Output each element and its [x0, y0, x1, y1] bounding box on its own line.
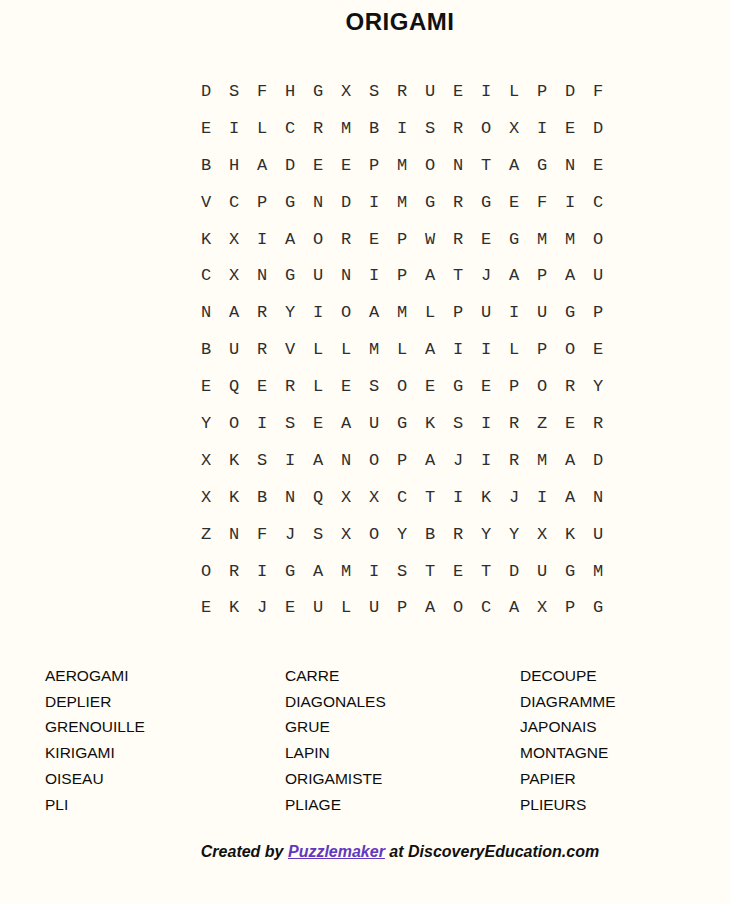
grid-cell: W — [416, 221, 444, 258]
grid-cell: X — [332, 73, 360, 110]
grid-cell: T — [472, 553, 500, 590]
grid-cell: I — [360, 257, 388, 294]
word-list-item: PLIAGE — [285, 792, 386, 818]
grid-cell: A — [248, 147, 276, 184]
grid-cell: G — [584, 589, 612, 626]
grid-cell: R — [556, 368, 584, 405]
grid-cell: I — [472, 73, 500, 110]
grid-cell: A — [304, 442, 332, 479]
grid-cell: I — [444, 331, 472, 368]
grid-cell: R — [444, 221, 472, 258]
grid-cell: I — [304, 294, 332, 331]
grid-cell: M — [332, 553, 360, 590]
grid-cell: E — [276, 589, 304, 626]
grid-cell: L — [416, 294, 444, 331]
grid-cell: X — [220, 221, 248, 258]
grid-cell: I — [472, 442, 500, 479]
grid-cell: L — [500, 331, 528, 368]
grid-cell: Y — [276, 294, 304, 331]
grid-cell: B — [248, 479, 276, 516]
grid-cell: O — [528, 368, 556, 405]
grid-cell: E — [556, 110, 584, 147]
grid-cell: R — [248, 331, 276, 368]
grid-cell: P — [584, 294, 612, 331]
grid-cell: R — [444, 110, 472, 147]
grid-cell: E — [472, 368, 500, 405]
grid-cell: A — [556, 257, 584, 294]
grid-cell: S — [360, 73, 388, 110]
grid-cell: E — [584, 147, 612, 184]
grid-cell: E — [444, 73, 472, 110]
word-list-item: PLIEURS — [520, 792, 616, 818]
grid-cell: K — [220, 589, 248, 626]
grid-cell: P — [248, 184, 276, 221]
grid-cell: F — [248, 516, 276, 553]
grid-cell: C — [472, 589, 500, 626]
grid-cell: O — [332, 294, 360, 331]
grid-cell: R — [248, 294, 276, 331]
grid-cell: I — [248, 405, 276, 442]
grid-cell: A — [220, 294, 248, 331]
grid-cell: N — [248, 257, 276, 294]
grid-cell: E — [444, 553, 472, 590]
letter-grid: DSFHGXSRUEILPDFEILCRMBISROXIEDBHADEEPMON… — [192, 73, 612, 626]
grid-cell: J — [248, 589, 276, 626]
grid-cell: S — [360, 368, 388, 405]
grid-cell: K — [220, 479, 248, 516]
grid-cell: A — [416, 331, 444, 368]
grid-cell: V — [276, 331, 304, 368]
grid-cell: A — [556, 479, 584, 516]
grid-cell: N — [332, 257, 360, 294]
grid-cell: L — [388, 331, 416, 368]
grid-cell: L — [500, 73, 528, 110]
grid-cell: U — [304, 257, 332, 294]
grid-cell: I — [472, 405, 500, 442]
grid-cell: G — [500, 221, 528, 258]
grid-cell: L — [332, 589, 360, 626]
grid-cell: M — [360, 331, 388, 368]
grid-cell: O — [220, 405, 248, 442]
grid-cell: O — [192, 553, 220, 590]
grid-cell: G — [556, 553, 584, 590]
word-list-column-1: AEROGAMI DEPLIER GRENOUILLE KIRIGAMI OIS… — [45, 663, 145, 817]
puzzlemaker-link[interactable]: Puzzlemaker — [288, 843, 385, 860]
grid-cell: N — [304, 184, 332, 221]
word-list-item: JAPONAIS — [520, 714, 616, 740]
word-list-item: DECOUPE — [520, 663, 616, 689]
grid-cell: Z — [192, 516, 220, 553]
grid-cell: G — [556, 294, 584, 331]
grid-cell: N — [332, 442, 360, 479]
grid-cell: K — [556, 516, 584, 553]
grid-cell: C — [388, 479, 416, 516]
grid-cell: G — [416, 184, 444, 221]
grid-cell: I — [276, 442, 304, 479]
grid-cell: D — [276, 147, 304, 184]
grid-cell: P — [388, 221, 416, 258]
grid-cell: I — [360, 553, 388, 590]
grid-cell: M — [388, 184, 416, 221]
grid-cell: R — [584, 405, 612, 442]
grid-cell: Y — [500, 516, 528, 553]
grid-cell: P — [528, 331, 556, 368]
grid-cell: B — [360, 110, 388, 147]
grid-cell: E — [248, 368, 276, 405]
grid-cell: S — [276, 405, 304, 442]
grid-cell: I — [388, 110, 416, 147]
grid-cell: S — [220, 73, 248, 110]
grid-cell: O — [360, 442, 388, 479]
grid-cell: N — [192, 294, 220, 331]
grid-cell: F — [528, 184, 556, 221]
grid-cell: N — [220, 516, 248, 553]
grid-cell: F — [584, 73, 612, 110]
grid-cell: L — [304, 368, 332, 405]
grid-cell: O — [360, 516, 388, 553]
grid-cell: G — [304, 73, 332, 110]
grid-cell: A — [416, 589, 444, 626]
grid-cell: P — [388, 589, 416, 626]
grid-cell: K — [192, 221, 220, 258]
grid-cell: O — [388, 368, 416, 405]
grid-cell: L — [248, 110, 276, 147]
grid-cell: I — [528, 110, 556, 147]
grid-cell: I — [248, 553, 276, 590]
grid-cell: L — [304, 331, 332, 368]
grid-cell: R — [304, 110, 332, 147]
grid-cell: X — [220, 257, 248, 294]
grid-cell: A — [500, 257, 528, 294]
grid-cell: O — [472, 110, 500, 147]
footer-credit-suffix: at DiscoveryEducation.com — [385, 843, 599, 860]
grid-cell: D — [192, 73, 220, 110]
grid-cell: C — [192, 257, 220, 294]
word-list-column-2: CARRE DIAGONALES GRUE LAPIN ORIGAMISTE P… — [285, 663, 386, 817]
grid-cell: D — [500, 553, 528, 590]
grid-cell: U — [304, 589, 332, 626]
puzzle-title: ORIGAMI — [70, 8, 730, 36]
grid-cell: U — [472, 294, 500, 331]
word-list-item: PLI — [45, 792, 145, 818]
grid-cell: P — [388, 257, 416, 294]
grid-cell: B — [416, 516, 444, 553]
word-list-item: DEPLIER — [45, 689, 145, 715]
word-list-column-3: DECOUPE DIAGRAMME JAPONAIS MONTAGNE PAPI… — [520, 663, 616, 817]
grid-cell: O — [416, 147, 444, 184]
grid-cell: X — [360, 479, 388, 516]
grid-cell: U — [220, 331, 248, 368]
grid-cell: G — [444, 368, 472, 405]
grid-cell: I — [248, 221, 276, 258]
grid-cell: U — [528, 294, 556, 331]
grid-cell: X — [192, 479, 220, 516]
grid-cell: J — [472, 257, 500, 294]
grid-cell: P — [528, 73, 556, 110]
grid-cell: B — [192, 147, 220, 184]
grid-cell: E — [332, 368, 360, 405]
grid-cell: T — [416, 479, 444, 516]
word-list-item: LAPIN — [285, 740, 386, 766]
grid-cell: A — [304, 553, 332, 590]
grid-cell: S — [388, 553, 416, 590]
grid-cell: Q — [304, 479, 332, 516]
grid-cell: A — [556, 442, 584, 479]
grid-cell: I — [444, 479, 472, 516]
grid-cell: A — [332, 405, 360, 442]
grid-cell: G — [276, 257, 304, 294]
grid-cell: E — [192, 589, 220, 626]
grid-cell: C — [276, 110, 304, 147]
grid-cell: Y — [192, 405, 220, 442]
grid-cell: R — [500, 442, 528, 479]
grid-cell: X — [332, 516, 360, 553]
grid-cell: J — [500, 479, 528, 516]
grid-cell: O — [444, 589, 472, 626]
grid-cell: U — [416, 73, 444, 110]
grid-cell: G — [472, 184, 500, 221]
grid-cell: E — [472, 221, 500, 258]
grid-cell: X — [528, 516, 556, 553]
grid-cell: O — [584, 221, 612, 258]
grid-cell: G — [528, 147, 556, 184]
grid-cell: U — [584, 257, 612, 294]
grid-cell: X — [528, 589, 556, 626]
grid-cell: U — [360, 589, 388, 626]
grid-cell: N — [556, 147, 584, 184]
grid-cell: P — [444, 294, 472, 331]
grid-cell: A — [500, 147, 528, 184]
word-list: AEROGAMI DEPLIER GRENOUILLE KIRIGAMI OIS… — [0, 663, 730, 813]
word-list-item: GRENOUILLE — [45, 714, 145, 740]
grid-cell: Y — [388, 516, 416, 553]
word-list-item: DIAGONALES — [285, 689, 386, 715]
grid-cell: I — [472, 331, 500, 368]
grid-cell: G — [388, 405, 416, 442]
word-list-item: OISEAU — [45, 766, 145, 792]
grid-cell: R — [388, 73, 416, 110]
grid-cell: F — [248, 73, 276, 110]
word-list-item: DIAGRAMME — [520, 689, 616, 715]
grid-cell: M — [388, 147, 416, 184]
grid-cell: A — [276, 221, 304, 258]
grid-cell: S — [248, 442, 276, 479]
grid-cell: E — [192, 368, 220, 405]
grid-cell: K — [220, 442, 248, 479]
grid-cell: P — [360, 147, 388, 184]
grid-cell: E — [192, 110, 220, 147]
word-list-item: PAPIER — [520, 766, 616, 792]
grid-cell: G — [276, 553, 304, 590]
grid-cell: A — [360, 294, 388, 331]
grid-cell: R — [276, 368, 304, 405]
word-list-item: GRUE — [285, 714, 386, 740]
grid-cell: R — [220, 553, 248, 590]
grid-cell: I — [528, 479, 556, 516]
grid-cell: U — [360, 405, 388, 442]
grid-cell: H — [276, 73, 304, 110]
grid-cell: E — [332, 147, 360, 184]
grid-cell: Z — [528, 405, 556, 442]
grid-cell: L — [332, 331, 360, 368]
grid-cell: H — [220, 147, 248, 184]
grid-cell: P — [528, 257, 556, 294]
word-list-item: MONTAGNE — [520, 740, 616, 766]
grid-cell: C — [220, 184, 248, 221]
grid-cell: D — [556, 73, 584, 110]
grid-cell: E — [556, 405, 584, 442]
grid-cell: P — [556, 589, 584, 626]
grid-cell: O — [304, 221, 332, 258]
word-list-item: AEROGAMI — [45, 663, 145, 689]
grid-cell: R — [444, 184, 472, 221]
grid-cell: T — [444, 257, 472, 294]
grid-cell: I — [556, 184, 584, 221]
grid-cell: Q — [220, 368, 248, 405]
grid-cell: G — [276, 184, 304, 221]
grid-cell: P — [388, 442, 416, 479]
grid-cell: D — [584, 442, 612, 479]
grid-cell: C — [584, 184, 612, 221]
footer-credit-prefix: Created by — [201, 843, 288, 860]
grid-cell: Y — [584, 368, 612, 405]
grid-cell: N — [444, 147, 472, 184]
grid-cell: R — [332, 221, 360, 258]
grid-cell: M — [584, 553, 612, 590]
grid-cell: E — [304, 405, 332, 442]
footer-credit: Created by Puzzlemaker at DiscoveryEduca… — [70, 843, 730, 861]
grid-cell: A — [500, 589, 528, 626]
grid-cell: X — [332, 479, 360, 516]
grid-cell: R — [444, 516, 472, 553]
grid-cell: T — [416, 553, 444, 590]
grid-cell: O — [556, 331, 584, 368]
grid-cell: P — [500, 368, 528, 405]
grid-cell: E — [416, 368, 444, 405]
grid-cell: I — [500, 294, 528, 331]
grid-cell: D — [584, 110, 612, 147]
grid-cell: J — [444, 442, 472, 479]
grid-cell: E — [360, 221, 388, 258]
word-list-item: KIRIGAMI — [45, 740, 145, 766]
grid-cell: E — [500, 184, 528, 221]
grid-cell: A — [416, 257, 444, 294]
grid-cell: I — [360, 184, 388, 221]
grid-cell: U — [528, 553, 556, 590]
word-list-item: CARRE — [285, 663, 386, 689]
grid-cell: K — [472, 479, 500, 516]
grid-cell: V — [192, 184, 220, 221]
grid-cell: N — [584, 479, 612, 516]
grid-cell: S — [444, 405, 472, 442]
grid-cell: M — [388, 294, 416, 331]
grid-cell: Y — [472, 516, 500, 553]
grid-cell: D — [332, 184, 360, 221]
grid-cell: R — [500, 405, 528, 442]
grid-cell: M — [556, 221, 584, 258]
grid-cell: K — [416, 405, 444, 442]
grid-cell: M — [528, 442, 556, 479]
grid-cell: S — [416, 110, 444, 147]
grid-cell: M — [332, 110, 360, 147]
grid-cell: A — [416, 442, 444, 479]
grid-cell: E — [304, 147, 332, 184]
word-list-item: ORIGAMISTE — [285, 766, 386, 792]
grid-cell: T — [472, 147, 500, 184]
grid-cell: X — [192, 442, 220, 479]
grid-cell: X — [500, 110, 528, 147]
grid-cell: I — [220, 110, 248, 147]
grid-cell: E — [584, 331, 612, 368]
grid-cell: J — [276, 516, 304, 553]
grid-cell: U — [584, 516, 612, 553]
grid-cell: M — [528, 221, 556, 258]
grid-cell: B — [192, 331, 220, 368]
grid-cell: N — [276, 479, 304, 516]
grid-cell: S — [304, 516, 332, 553]
